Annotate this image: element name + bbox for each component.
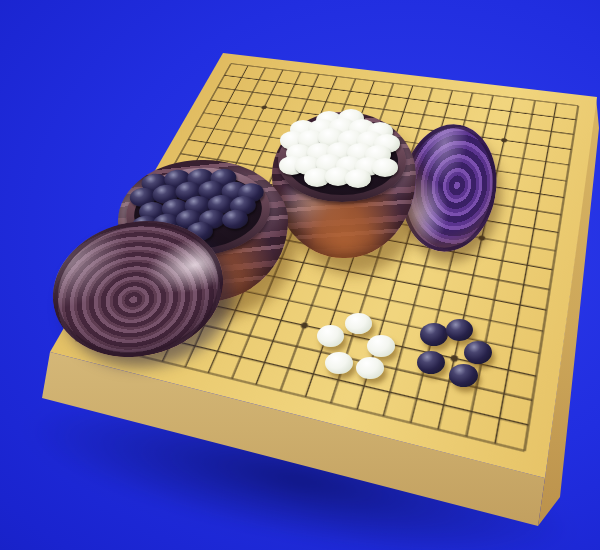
- go-set-photo: [0, 0, 600, 550]
- white-stone: [372, 158, 398, 177]
- white-bowl-stones: [286, 123, 398, 191]
- black-stone: [446, 319, 473, 341]
- black-stone: [221, 209, 249, 230]
- white-stone: [367, 335, 395, 357]
- white-stone: [325, 352, 353, 374]
- white-stone: [317, 325, 344, 347]
- black-stone: [417, 351, 445, 374]
- white-stone: [356, 357, 384, 379]
- white-stone-bowl: [272, 112, 416, 258]
- white-stone: [345, 313, 372, 334]
- black-stone: [420, 323, 448, 346]
- black-stone: [449, 364, 478, 387]
- white-stone: [345, 169, 371, 188]
- black-stone: [464, 341, 492, 364]
